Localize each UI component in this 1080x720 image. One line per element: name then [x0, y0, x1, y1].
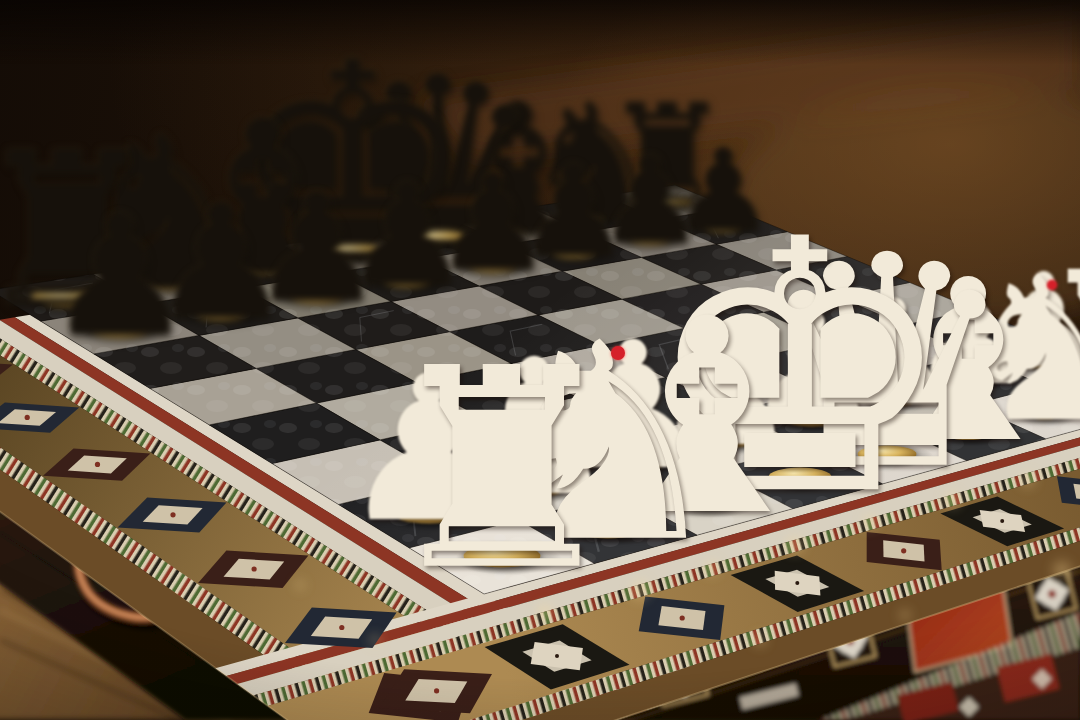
vignette-overlay	[0, 0, 1080, 720]
photo-chess-scene: ♜♞♝♛♚♝♞♜♟♟♟♟♟♟♟♟♟♟♟♟♟♟♟♟♜♞♝♛♚♝♞♜	[0, 0, 1080, 720]
